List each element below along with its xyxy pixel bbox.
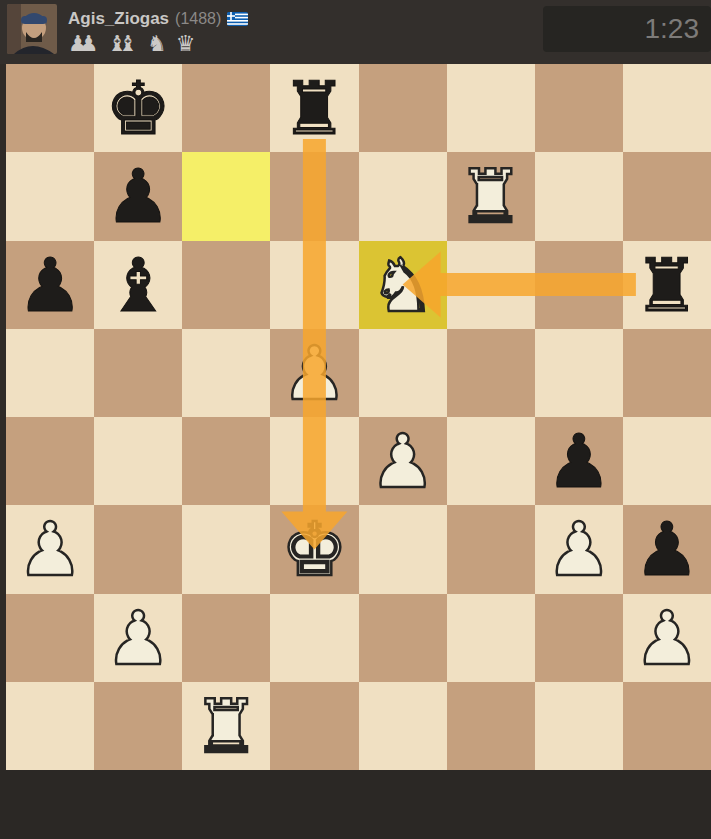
square-e1[interactable] xyxy=(359,682,447,770)
square-h7[interactable] xyxy=(623,152,711,240)
white-king-d3[interactable]: ♚ xyxy=(270,505,358,593)
white-pawn-d5[interactable]: ♟ xyxy=(270,329,358,417)
square-a8[interactable] xyxy=(6,64,94,152)
square-c2[interactable] xyxy=(182,594,270,682)
square-e5[interactable] xyxy=(359,329,447,417)
opponent-avatar-photo xyxy=(7,4,57,54)
square-d4[interactable] xyxy=(270,417,358,505)
square-f6[interactable] xyxy=(447,241,535,329)
square-b3[interactable] xyxy=(94,505,182,593)
black-rook-d8[interactable]: ♜ xyxy=(270,64,358,152)
square-c3[interactable] xyxy=(182,505,270,593)
black-pawn-g4[interactable]: ♟ xyxy=(535,417,623,505)
square-h8[interactable] xyxy=(623,64,711,152)
square-d6[interactable] xyxy=(270,241,358,329)
square-c6[interactable] xyxy=(182,241,270,329)
square-a5[interactable] xyxy=(6,329,94,417)
square-h4[interactable] xyxy=(623,417,711,505)
square-g8[interactable] xyxy=(535,64,623,152)
black-king-b8[interactable]: ♚ xyxy=(94,64,182,152)
opponent-username[interactable]: Agis_Ziogas xyxy=(68,9,169,29)
square-e8[interactable] xyxy=(359,64,447,152)
opponent-rating: (1488) xyxy=(175,10,221,28)
game-screen: Agis_Ziogas (1488) ♟♟♝♝♞♛ 1:23 ♚♜♟♜ xyxy=(0,0,711,839)
captured-piece-group: ♝♝ xyxy=(107,33,137,55)
white-rook-f7[interactable]: ♜ xyxy=(447,152,535,240)
square-e7[interactable] xyxy=(359,152,447,240)
opponent-avatar[interactable] xyxy=(7,4,57,54)
white-pawn-h2[interactable]: ♟ xyxy=(623,594,711,682)
black-pawn-h3[interactable]: ♟ xyxy=(623,505,711,593)
white-pawn-e4[interactable]: ♟ xyxy=(359,417,447,505)
square-f3[interactable] xyxy=(447,505,535,593)
square-a4[interactable] xyxy=(6,417,94,505)
square-c8[interactable] xyxy=(182,64,270,152)
square-e2[interactable] xyxy=(359,594,447,682)
white-pawn-a3[interactable]: ♟ xyxy=(6,505,94,593)
square-f5[interactable] xyxy=(447,329,535,417)
square-c5[interactable] xyxy=(182,329,270,417)
square-f4[interactable] xyxy=(447,417,535,505)
square-a2[interactable] xyxy=(6,594,94,682)
square-c7[interactable] xyxy=(182,152,270,240)
black-pawn-a6[interactable]: ♟ xyxy=(6,241,94,329)
white-rook-c1[interactable]: ♜ xyxy=(182,682,270,770)
square-d1[interactable] xyxy=(270,682,358,770)
captured-piece-group: ♟♟ xyxy=(68,33,98,55)
opponent-captured-pieces: ♟♟♝♝♞♛ xyxy=(68,33,195,55)
captured-piece-group: ♛ xyxy=(176,33,196,55)
square-e3[interactable] xyxy=(359,505,447,593)
square-f8[interactable] xyxy=(447,64,535,152)
square-g1[interactable] xyxy=(535,682,623,770)
square-b1[interactable] xyxy=(94,682,182,770)
square-g2[interactable] xyxy=(535,594,623,682)
greece-flag-icon xyxy=(227,12,248,26)
square-g6[interactable] xyxy=(535,241,623,329)
square-f2[interactable] xyxy=(447,594,535,682)
opponent-name-row: Agis_Ziogas (1488) xyxy=(68,9,248,29)
square-b4[interactable] xyxy=(94,417,182,505)
square-c4[interactable] xyxy=(182,417,270,505)
white-pawn-g3[interactable]: ♟ xyxy=(535,505,623,593)
black-bishop-b6[interactable]: ♝ xyxy=(94,241,182,329)
square-f1[interactable] xyxy=(447,682,535,770)
black-pawn-b7[interactable]: ♟ xyxy=(94,152,182,240)
opponent-player-bar: Agis_Ziogas (1488) ♟♟♝♝♞♛ 1:23 xyxy=(0,0,711,64)
opponent-clock-time: 1:23 xyxy=(645,13,700,45)
square-b5[interactable] xyxy=(94,329,182,417)
square-g5[interactable] xyxy=(535,329,623,417)
square-a7[interactable] xyxy=(6,152,94,240)
square-g7[interactable] xyxy=(535,152,623,240)
chess-board[interactable]: ♚♜♟♜♟♝♞♜♟♟♟♟♚♟♟♟♟♜ xyxy=(0,64,711,770)
square-d7[interactable] xyxy=(270,152,358,240)
square-h1[interactable] xyxy=(623,682,711,770)
white-pawn-b2[interactable]: ♟ xyxy=(94,594,182,682)
square-h5[interactable] xyxy=(623,329,711,417)
player-bar: Say_Chess (1597) # ♟♟♟♟♝♞♞♛+2 1:00 xyxy=(0,770,711,839)
captured-piece-group: ♞ xyxy=(147,33,167,55)
black-rook-h6[interactable]: ♜ xyxy=(623,241,711,329)
white-knight-e6[interactable]: ♞ xyxy=(359,241,447,329)
square-d2[interactable] xyxy=(270,594,358,682)
opponent-clock: 1:23 xyxy=(543,6,711,52)
square-a1[interactable] xyxy=(6,682,94,770)
